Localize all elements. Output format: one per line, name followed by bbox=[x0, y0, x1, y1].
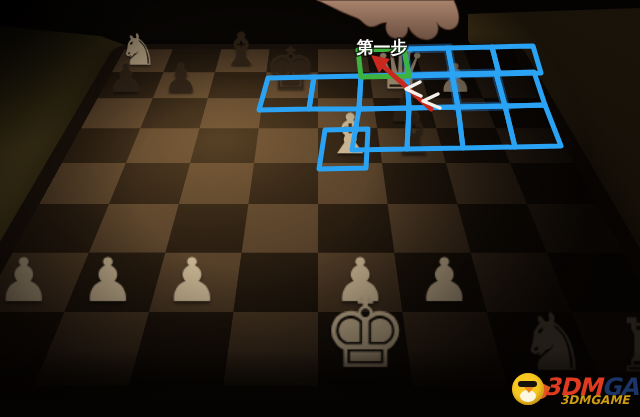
square-d4[interactable] bbox=[248, 163, 318, 204]
square-h5[interactable] bbox=[496, 128, 574, 163]
site-watermark: 3DMGAME 3DMGAME bbox=[512, 371, 638, 411]
square-e1[interactable]: ♚ bbox=[318, 312, 413, 385]
black-pawn[interactable]: ♟ bbox=[153, 58, 208, 97]
square-f4[interactable] bbox=[382, 163, 457, 204]
square-c4[interactable] bbox=[179, 163, 254, 204]
square-f5[interactable]: ♝ bbox=[377, 128, 446, 163]
square-b5[interactable] bbox=[126, 128, 200, 163]
square-b7[interactable]: ♟ bbox=[153, 72, 215, 98]
square-c5[interactable] bbox=[190, 128, 259, 163]
black-bishop[interactable]: ♝ bbox=[382, 107, 446, 163]
white-pawn[interactable]: ♟ bbox=[150, 250, 234, 310]
square-c7[interactable] bbox=[208, 72, 267, 98]
square-d7[interactable]: ♚ bbox=[263, 72, 318, 98]
square-e5[interactable]: ♝ bbox=[318, 128, 382, 163]
white-king[interactable]: ♚ bbox=[318, 286, 412, 383]
chess-game-screenshot: ♞♝♟♟♚♛♟♟♝♝♟♟♟♟♟♜♚♞♜ bbox=[0, 0, 640, 417]
white-pawn[interactable]: ♟ bbox=[0, 250, 66, 310]
chick-mascot-icon bbox=[512, 373, 544, 405]
square-c6[interactable] bbox=[200, 98, 263, 128]
square-a1[interactable]: ♜ bbox=[0, 312, 64, 385]
square-e8[interactable] bbox=[318, 49, 370, 72]
square-h6[interactable] bbox=[483, 98, 555, 128]
square-c2[interactable]: ♟ bbox=[149, 253, 242, 312]
square-d5[interactable] bbox=[254, 128, 318, 163]
square-d3[interactable] bbox=[242, 204, 318, 253]
black-pawn[interactable]: ♟ bbox=[98, 58, 153, 97]
white-bishop[interactable]: ♝ bbox=[318, 107, 382, 163]
square-g4[interactable] bbox=[446, 163, 527, 204]
square-b4[interactable] bbox=[109, 163, 190, 204]
white-pawn[interactable]: ♟ bbox=[66, 250, 150, 310]
white-rook[interactable]: ♜ bbox=[0, 310, 36, 384]
white-pawn[interactable]: ♟ bbox=[402, 250, 486, 310]
square-c8[interactable]: ♝ bbox=[215, 49, 270, 72]
square-b6[interactable] bbox=[140, 98, 207, 128]
black-bishop[interactable]: ♝ bbox=[215, 27, 266, 72]
square-e4[interactable] bbox=[318, 163, 388, 204]
white-pawn[interactable]: ♟ bbox=[428, 58, 483, 97]
watermark-shadow-text: 3DMGAME bbox=[560, 393, 630, 407]
square-d6[interactable] bbox=[259, 98, 318, 128]
square-d2[interactable] bbox=[233, 253, 318, 312]
board-grid: ♞♝♟♟♚♛♟♟♝♝♟♟♟♟♟♜♚♞♜ bbox=[0, 49, 640, 385]
black-king[interactable]: ♚ bbox=[263, 41, 318, 98]
chess-board: ♞♝♟♟♚♛♟♟♝♝♟♟♟♟♟♜♚♞♜ bbox=[0, 44, 640, 407]
square-e7[interactable] bbox=[318, 72, 373, 98]
square-d1[interactable] bbox=[223, 312, 318, 385]
